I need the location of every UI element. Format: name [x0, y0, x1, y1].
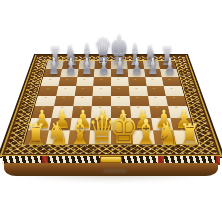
square-g7	[144, 69, 162, 77]
square-f5	[129, 86, 148, 96]
square-f1	[132, 130, 155, 144]
square-b4	[54, 96, 75, 107]
square-f2	[131, 118, 153, 130]
square-d5	[93, 86, 111, 96]
square-a2	[28, 118, 51, 130]
square-f7	[127, 69, 145, 77]
square-d6	[93, 77, 111, 86]
square-g1	[153, 130, 177, 144]
square-c6	[76, 77, 94, 86]
square-c3	[71, 106, 92, 117]
square-f3	[130, 106, 151, 117]
square-c8	[78, 61, 95, 69]
square-g2	[151, 118, 174, 130]
square-c1	[68, 130, 91, 144]
square-e3	[111, 106, 131, 117]
square-d1	[89, 130, 111, 144]
square-h6	[162, 77, 182, 86]
square-h3	[168, 106, 190, 117]
square-e4	[111, 96, 130, 107]
brass-clasp	[100, 156, 122, 163]
square-c2	[69, 118, 91, 130]
square-a5	[38, 86, 58, 96]
square-h5	[164, 86, 184, 96]
square-b7	[60, 69, 78, 77]
square-b3	[51, 106, 73, 117]
maker-stamp	[103, 169, 127, 173]
square-e7	[111, 69, 128, 77]
square-f6	[128, 77, 146, 86]
square-a7	[43, 69, 62, 77]
square-g4	[148, 96, 169, 107]
square-b1	[46, 130, 70, 144]
square-d4	[92, 96, 111, 107]
square-g6	[145, 77, 164, 86]
square-b2	[49, 118, 72, 130]
square-g8	[143, 61, 160, 69]
chess-board	[0, 54, 222, 158]
square-b5	[56, 86, 76, 96]
square-d2	[90, 118, 111, 130]
square-h2	[171, 118, 194, 130]
square-a4	[35, 96, 56, 107]
square-a3	[31, 106, 53, 117]
square-h4	[166, 96, 187, 107]
square-f8	[127, 61, 144, 69]
square-b8	[62, 61, 79, 69]
square-d3	[91, 106, 111, 117]
square-d7	[94, 69, 111, 77]
square-c4	[73, 96, 93, 107]
square-c7	[77, 69, 95, 77]
square-e5	[111, 86, 129, 96]
square-f4	[129, 96, 149, 107]
square-g3	[149, 106, 171, 117]
square-h8	[158, 61, 176, 69]
square-a1	[24, 130, 49, 144]
square-a6	[41, 77, 61, 86]
square-e8	[111, 61, 127, 69]
square-e1	[111, 130, 133, 144]
square-b6	[58, 77, 77, 86]
square-h7	[160, 69, 179, 77]
square-e2	[111, 118, 132, 130]
square-h1	[173, 130, 198, 144]
square-e6	[111, 77, 129, 86]
square-d8	[95, 61, 111, 69]
square-a8	[45, 61, 63, 69]
square-g5	[146, 86, 166, 96]
chess-set-product-photo: ♜♞♝♛♚♝♞♜♟♟♟♟♟♟♟♟♟♟♟♟♟♟♟♟♜♞♝♛♚♝♞♜	[0, 0, 222, 222]
board-squares	[23, 61, 199, 145]
square-c5	[74, 86, 93, 96]
